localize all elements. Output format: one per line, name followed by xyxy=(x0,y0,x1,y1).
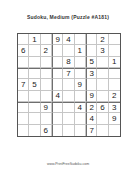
cell-r4c4[interactable] xyxy=(52,68,63,79)
cell-r3c4[interactable] xyxy=(52,57,63,68)
cell-r7c4[interactable] xyxy=(52,102,63,113)
cell-r3c2[interactable] xyxy=(29,57,40,68)
cell-r3c6[interactable] xyxy=(75,57,86,68)
cell-r2c5[interactable] xyxy=(63,45,74,56)
cell-r4c5: 7 xyxy=(63,68,74,79)
cell-r5c7[interactable] xyxy=(86,79,97,90)
cell-r4c8[interactable] xyxy=(97,68,108,79)
cell-r6c8[interactable] xyxy=(97,91,108,102)
cell-r5c1: 7 xyxy=(18,79,29,90)
cell-r9c6[interactable] xyxy=(75,125,86,136)
cell-r2c8: 3 xyxy=(97,45,108,56)
cell-r2c7[interactable] xyxy=(86,45,97,56)
cell-r4c6[interactable] xyxy=(75,68,86,79)
page-title: Sudoku, Medium (Puzzle #A181) xyxy=(0,14,136,20)
cell-r8c2[interactable] xyxy=(29,113,40,124)
cell-r9c5[interactable] xyxy=(63,125,74,136)
cell-r9c1[interactable] xyxy=(18,125,29,136)
cell-r3c3[interactable] xyxy=(41,57,52,68)
cell-r1c2: 1 xyxy=(29,34,40,45)
cell-r6c9: 2 xyxy=(109,91,120,102)
cell-r2c4[interactable] xyxy=(52,45,63,56)
cell-r1c9[interactable] xyxy=(109,34,120,45)
cell-r8c7: 4 xyxy=(86,113,97,124)
cell-r4c3[interactable] xyxy=(41,68,52,79)
cell-r6c6[interactable] xyxy=(75,91,86,102)
cell-r5c4[interactable] xyxy=(52,79,63,90)
cell-r5c2: 5 xyxy=(29,79,40,90)
cell-r9c8[interactable] xyxy=(97,125,108,136)
cell-r4c2[interactable] xyxy=(29,68,40,79)
cell-r5c6: 9 xyxy=(75,79,86,90)
cell-r5c3[interactable] xyxy=(41,79,52,90)
cell-r7c5[interactable] xyxy=(63,102,74,113)
sudoku-grid: 1942621385173759492942634967 xyxy=(17,33,121,137)
cell-r8c4[interactable] xyxy=(52,113,63,124)
cell-r3c7: 5 xyxy=(86,57,97,68)
cell-r7c7: 2 xyxy=(86,102,97,113)
cell-r6c5[interactable] xyxy=(63,91,74,102)
cell-r9c3: 6 xyxy=(41,125,52,136)
cell-r7c8: 6 xyxy=(97,102,108,113)
cell-r3c1[interactable] xyxy=(18,57,29,68)
cell-r3c5: 8 xyxy=(63,57,74,68)
cell-r1c7[interactable] xyxy=(86,34,97,45)
cell-r1c1[interactable] xyxy=(18,34,29,45)
cell-r2c9[interactable] xyxy=(109,45,120,56)
cell-r6c4: 4 xyxy=(52,91,63,102)
cell-r7c3: 9 xyxy=(41,102,52,113)
cell-r1c5: 4 xyxy=(63,34,74,45)
cell-r9c9[interactable] xyxy=(109,125,120,136)
footer-url: www.PrintFreeSudoku.com xyxy=(0,162,136,166)
cell-r1c8: 2 xyxy=(97,34,108,45)
cell-r6c2[interactable] xyxy=(29,91,40,102)
cell-r8c6[interactable] xyxy=(75,113,86,124)
cell-r7c6: 4 xyxy=(75,102,86,113)
sudoku-sheet: Sudoku, Medium (Puzzle #A181) 1942621385… xyxy=(0,0,136,176)
cell-r8c5[interactable] xyxy=(63,113,74,124)
cell-r1c6[interactable] xyxy=(75,34,86,45)
cell-r6c1[interactable] xyxy=(18,91,29,102)
cell-r4c1[interactable] xyxy=(18,68,29,79)
cell-r6c3[interactable] xyxy=(41,91,52,102)
cell-r2c3: 2 xyxy=(41,45,52,56)
cell-r9c2[interactable] xyxy=(29,125,40,136)
cell-r8c3[interactable] xyxy=(41,113,52,124)
cell-r2c6: 1 xyxy=(75,45,86,56)
cell-r8c1[interactable] xyxy=(18,113,29,124)
cell-r6c7: 9 xyxy=(86,91,97,102)
cell-r1c3[interactable] xyxy=(41,34,52,45)
cell-r7c9: 3 xyxy=(109,102,120,113)
cell-r5c8[interactable] xyxy=(97,79,108,90)
cell-r5c9[interactable] xyxy=(109,79,120,90)
cell-r9c4[interactable] xyxy=(52,125,63,136)
cell-r7c1[interactable] xyxy=(18,102,29,113)
cell-r5c5[interactable] xyxy=(63,79,74,90)
cell-r3c8[interactable] xyxy=(97,57,108,68)
cell-r8c9: 9 xyxy=(109,113,120,124)
cell-r2c2[interactable] xyxy=(29,45,40,56)
cell-r4c9[interactable] xyxy=(109,68,120,79)
cell-r1c4: 9 xyxy=(52,34,63,45)
cell-r2c1: 6 xyxy=(18,45,29,56)
cell-r8c8[interactable] xyxy=(97,113,108,124)
cell-r9c7: 7 xyxy=(86,125,97,136)
cell-r7c2[interactable] xyxy=(29,102,40,113)
cell-r3c9: 1 xyxy=(109,57,120,68)
cell-r4c7: 3 xyxy=(86,68,97,79)
